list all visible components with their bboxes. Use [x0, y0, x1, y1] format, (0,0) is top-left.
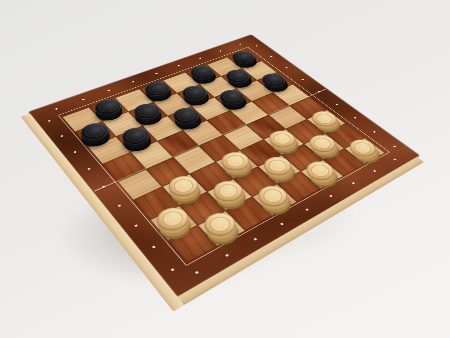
white-piece[interactable]: [199, 209, 242, 241]
white-piece[interactable]: [345, 136, 381, 160]
white-piece[interactable]: [151, 204, 194, 235]
black-piece[interactable]: [228, 49, 259, 65]
black-piece[interactable]: [178, 83, 212, 102]
white-piece[interactable]: [301, 158, 339, 184]
black-piece[interactable]: [90, 97, 125, 118]
black-piece[interactable]: [76, 120, 113, 143]
white-piece[interactable]: [264, 128, 300, 151]
white-piece[interactable]: [216, 149, 254, 174]
white-piece[interactable]: [163, 172, 203, 200]
black-piece[interactable]: [222, 67, 254, 85]
black-piece[interactable]: [186, 63, 218, 81]
white-piece[interactable]: [307, 108, 342, 129]
white-piece[interactable]: [304, 132, 340, 155]
white-piece[interactable]: [259, 153, 297, 179]
black-piece[interactable]: [169, 105, 204, 126]
white-piece[interactable]: [253, 182, 293, 211]
black-piece[interactable]: [215, 87, 249, 107]
black-piece[interactable]: [117, 124, 154, 147]
white-piece[interactable]: [208, 177, 248, 205]
black-piece[interactable]: [257, 71, 289, 89]
studio-backdrop: [0, 0, 450, 338]
black-piece[interactable]: [129, 101, 164, 122]
black-piece[interactable]: [140, 79, 174, 98]
